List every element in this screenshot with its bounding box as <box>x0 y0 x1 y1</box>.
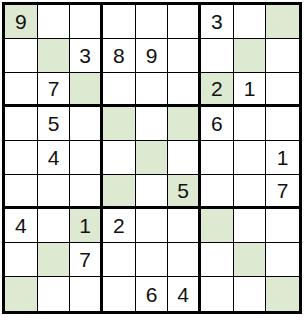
cell-r7c6[interactable] <box>168 209 201 243</box>
cell-r4c6[interactable] <box>168 107 201 141</box>
cell-r9c4[interactable] <box>103 277 136 311</box>
cell-r3c9[interactable] <box>266 73 299 107</box>
cell-r6c8[interactable] <box>234 175 267 209</box>
cell-r5c7[interactable] <box>201 141 234 175</box>
cell-r3c5[interactable] <box>136 73 169 107</box>
cell-r6c2[interactable] <box>38 175 71 209</box>
cell-r9c2[interactable] <box>38 277 71 311</box>
cell-r4c9[interactable] <box>266 107 299 141</box>
cell-r1c6[interactable] <box>168 5 201 39</box>
cell-r6c6[interactable]: 5 <box>168 175 201 209</box>
cell-r3c2[interactable]: 7 <box>38 73 71 107</box>
cell-r6c7[interactable] <box>201 175 234 209</box>
cell-r7c8[interactable] <box>234 209 267 243</box>
cell-r1c3[interactable] <box>70 5 103 39</box>
cell-r7c7[interactable] <box>201 209 234 243</box>
page: 93389721564157412764 <box>0 2 304 320</box>
cell-r4c5[interactable] <box>136 107 169 141</box>
cell-r7c5[interactable] <box>136 209 169 243</box>
cell-r6c5[interactable] <box>136 175 169 209</box>
cell-r2c4[interactable]: 8 <box>103 39 136 73</box>
cell-r1c4[interactable] <box>103 5 136 39</box>
cell-r9c5[interactable]: 6 <box>136 277 169 311</box>
cell-r9c7[interactable] <box>201 277 234 311</box>
cell-r2c2[interactable] <box>38 39 71 73</box>
cell-r2c7[interactable] <box>201 39 234 73</box>
cell-r4c8[interactable] <box>234 107 267 141</box>
cell-r3c3[interactable] <box>70 73 103 107</box>
cell-r9c3[interactable] <box>70 277 103 311</box>
cell-r6c9[interactable]: 7 <box>266 175 299 209</box>
cell-r1c2[interactable] <box>38 5 71 39</box>
cell-r3c6[interactable] <box>168 73 201 107</box>
cell-r3c8[interactable]: 1 <box>234 73 267 107</box>
cell-r5c9[interactable]: 1 <box>266 141 299 175</box>
cell-r7c1[interactable]: 4 <box>5 209 38 243</box>
sudoku-board: 93389721564157412764 <box>2 2 302 314</box>
cell-r2c9[interactable] <box>266 39 299 73</box>
cell-r2c1[interactable] <box>5 39 38 73</box>
cell-r9c9[interactable] <box>266 277 299 311</box>
cell-r2c3[interactable]: 3 <box>70 39 103 73</box>
cell-r5c6[interactable] <box>168 141 201 175</box>
cell-r5c1[interactable] <box>5 141 38 175</box>
cell-r6c1[interactable] <box>5 175 38 209</box>
cell-r8c1[interactable] <box>5 243 38 277</box>
cell-r8c6[interactable] <box>168 243 201 277</box>
cell-r7c9[interactable] <box>266 209 299 243</box>
cell-r6c3[interactable] <box>70 175 103 209</box>
cell-r8c7[interactable] <box>201 243 234 277</box>
cell-r8c8[interactable] <box>234 243 267 277</box>
cell-r5c2[interactable]: 4 <box>38 141 71 175</box>
cell-r4c3[interactable] <box>70 107 103 141</box>
cell-r2c8[interactable] <box>234 39 267 73</box>
cell-r8c3[interactable]: 7 <box>70 243 103 277</box>
cell-r2c5[interactable]: 9 <box>136 39 169 73</box>
cell-r9c1[interactable] <box>5 277 38 311</box>
cell-r3c4[interactable] <box>103 73 136 107</box>
cell-r4c7[interactable]: 6 <box>201 107 234 141</box>
cell-r1c8[interactable] <box>234 5 267 39</box>
cell-r9c8[interactable] <box>234 277 267 311</box>
cell-r7c4[interactable]: 2 <box>103 209 136 243</box>
cell-r4c1[interactable] <box>5 107 38 141</box>
cell-r5c8[interactable] <box>234 141 267 175</box>
cell-r8c2[interactable] <box>38 243 71 277</box>
cell-r5c5[interactable] <box>136 141 169 175</box>
cell-r7c3[interactable]: 1 <box>70 209 103 243</box>
cell-r5c4[interactable] <box>103 141 136 175</box>
cell-r4c4[interactable] <box>103 107 136 141</box>
cell-r7c2[interactable] <box>38 209 71 243</box>
cell-r5c3[interactable] <box>70 141 103 175</box>
cell-r1c9[interactable] <box>266 5 299 39</box>
cell-r9c6[interactable]: 4 <box>168 277 201 311</box>
cell-r1c1[interactable]: 9 <box>5 5 38 39</box>
cell-r3c7[interactable]: 2 <box>201 73 234 107</box>
cell-r1c7[interactable]: 3 <box>201 5 234 39</box>
cell-r8c4[interactable] <box>103 243 136 277</box>
cell-r3c1[interactable] <box>5 73 38 107</box>
cell-r6c4[interactable] <box>103 175 136 209</box>
cell-r1c5[interactable] <box>136 5 169 39</box>
cell-r8c5[interactable] <box>136 243 169 277</box>
cell-r4c2[interactable]: 5 <box>38 107 71 141</box>
cell-r8c9[interactable] <box>266 243 299 277</box>
cell-r2c6[interactable] <box>168 39 201 73</box>
